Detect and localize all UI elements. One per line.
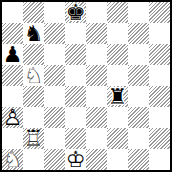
square-c7[interactable] (44, 23, 65, 44)
square-b1[interactable] (23, 149, 44, 170)
black-rook: ♜ (107, 86, 128, 107)
white-knight-fill: ♞ (23, 65, 44, 86)
white-knight: ♘ (23, 65, 44, 86)
square-h3[interactable] (149, 107, 170, 128)
square-d8[interactable]: ♚ (65, 2, 86, 23)
square-g4[interactable] (128, 86, 149, 107)
square-e1[interactable] (86, 149, 107, 170)
square-c2[interactable] (44, 128, 65, 149)
square-f7[interactable] (107, 23, 128, 44)
white-king-fill: ♚ (65, 149, 86, 170)
square-b3[interactable] (23, 107, 44, 128)
square-b6[interactable] (23, 44, 44, 65)
square-c8[interactable] (44, 2, 65, 23)
square-h1[interactable] (149, 149, 170, 170)
square-b4[interactable] (23, 86, 44, 107)
square-a2[interactable] (2, 128, 23, 149)
white-pawn-fill: ♟ (2, 107, 23, 128)
square-a5[interactable] (2, 65, 23, 86)
square-h8[interactable] (149, 2, 170, 23)
square-a7[interactable] (2, 23, 23, 44)
square-d7[interactable] (65, 23, 86, 44)
square-c4[interactable] (44, 86, 65, 107)
square-g1[interactable] (128, 149, 149, 170)
square-e4[interactable] (86, 86, 107, 107)
black-king: ♚ (65, 2, 86, 23)
square-a6[interactable]: ♟ (2, 44, 23, 65)
white-knight-fill: ♞ (2, 149, 23, 170)
square-c1[interactable] (44, 149, 65, 170)
square-h5[interactable] (149, 65, 170, 86)
white-pawn: ♙ (2, 107, 23, 128)
square-a3[interactable]: ♟♙ (2, 107, 23, 128)
square-e2[interactable] (86, 128, 107, 149)
square-f3[interactable] (107, 107, 128, 128)
square-f4[interactable]: ♜ (107, 86, 128, 107)
square-g5[interactable] (128, 65, 149, 86)
square-f8[interactable] (107, 2, 128, 23)
square-b7[interactable]: ♞ (23, 23, 44, 44)
square-h2[interactable] (149, 128, 170, 149)
square-d6[interactable] (65, 44, 86, 65)
square-e7[interactable] (86, 23, 107, 44)
square-e6[interactable] (86, 44, 107, 65)
white-rook: ♖ (23, 128, 44, 149)
square-a4[interactable] (2, 86, 23, 107)
square-c6[interactable] (44, 44, 65, 65)
square-b2[interactable]: ♜♖ (23, 128, 44, 149)
square-d2[interactable] (65, 128, 86, 149)
square-g6[interactable] (128, 44, 149, 65)
square-d3[interactable] (65, 107, 86, 128)
white-king: ♔ (65, 149, 86, 170)
white-rook-fill: ♜ (23, 128, 44, 149)
square-e3[interactable] (86, 107, 107, 128)
square-e8[interactable] (86, 2, 107, 23)
chess-board: ♚♞♟♞♘♜♟♙♜♖♞♘♚♔ (0, 0, 172, 172)
square-g8[interactable] (128, 2, 149, 23)
black-pawn: ♟ (2, 44, 23, 65)
square-g3[interactable] (128, 107, 149, 128)
square-f2[interactable] (107, 128, 128, 149)
square-f5[interactable] (107, 65, 128, 86)
black-knight: ♞ (23, 23, 44, 44)
square-f6[interactable] (107, 44, 128, 65)
square-h4[interactable] (149, 86, 170, 107)
square-b8[interactable] (23, 2, 44, 23)
square-a8[interactable] (2, 2, 23, 23)
square-c3[interactable] (44, 107, 65, 128)
square-e5[interactable] (86, 65, 107, 86)
square-d1[interactable]: ♚♔ (65, 149, 86, 170)
white-knight: ♘ (2, 149, 23, 170)
square-c5[interactable] (44, 65, 65, 86)
square-g7[interactable] (128, 23, 149, 44)
square-b5[interactable]: ♞♘ (23, 65, 44, 86)
square-g2[interactable] (128, 128, 149, 149)
square-a1[interactable]: ♞♘ (2, 149, 23, 170)
square-h6[interactable] (149, 44, 170, 65)
square-f1[interactable] (107, 149, 128, 170)
square-h7[interactable] (149, 23, 170, 44)
square-d4[interactable] (65, 86, 86, 107)
square-d5[interactable] (65, 65, 86, 86)
